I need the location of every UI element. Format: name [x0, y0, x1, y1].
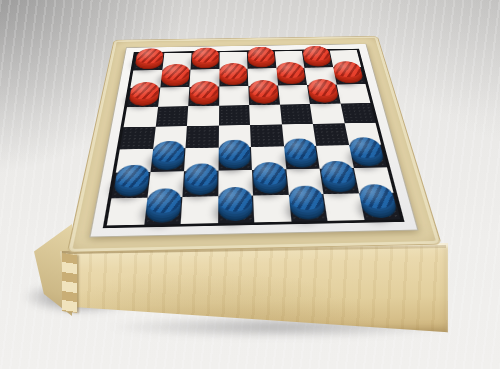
- square-g1[interactable]: [302, 51, 333, 68]
- square-a1[interactable]: [133, 53, 164, 70]
- square-e8[interactable]: [253, 194, 291, 222]
- red-piece[interactable]: [161, 64, 190, 81]
- red-piece[interactable]: [249, 80, 279, 98]
- board-paper: [89, 44, 418, 238]
- square-d4[interactable]: [218, 105, 250, 126]
- red-piece[interactable]: [135, 48, 164, 64]
- square-b4[interactable]: [155, 106, 188, 127]
- square-f2[interactable]: [276, 67, 307, 85]
- blue-piece[interactable]: [184, 163, 218, 186]
- blue-piece[interactable]: [219, 140, 251, 162]
- square-e1[interactable]: [247, 51, 276, 68]
- square-e5[interactable]: [250, 124, 284, 146]
- square-d8[interactable]: [217, 195, 254, 223]
- square-g8[interactable]: [323, 193, 364, 221]
- square-f4[interactable]: [280, 104, 313, 125]
- square-h6[interactable]: [349, 144, 387, 168]
- board-border: [103, 49, 405, 229]
- square-e4[interactable]: [249, 104, 281, 125]
- square-c8[interactable]: [181, 196, 218, 224]
- square-h3[interactable]: [336, 84, 370, 103]
- square-a4[interactable]: [124, 106, 158, 127]
- square-h2[interactable]: [333, 67, 366, 85]
- square-e7[interactable]: [252, 169, 288, 195]
- blue-piece[interactable]: [152, 141, 186, 163]
- square-d3[interactable]: [219, 86, 249, 105]
- red-piece[interactable]: [302, 46, 331, 61]
- square-a7[interactable]: [111, 172, 149, 198]
- square-b8[interactable]: [144, 197, 183, 225]
- square-g4[interactable]: [310, 103, 344, 124]
- blue-piece[interactable]: [252, 162, 286, 185]
- square-c3[interactable]: [188, 87, 219, 106]
- red-piece[interactable]: [276, 62, 305, 78]
- square-f3[interactable]: [278, 85, 310, 104]
- red-piece[interactable]: [247, 46, 275, 61]
- square-e3[interactable]: [248, 86, 279, 105]
- square-h8[interactable]: [358, 192, 400, 220]
- square-c4[interactable]: [187, 105, 219, 126]
- square-g3[interactable]: [307, 85, 340, 104]
- square-a3[interactable]: [127, 87, 160, 106]
- box-lid: [67, 36, 442, 253]
- square-g5[interactable]: [313, 123, 349, 145]
- square-d6[interactable]: [218, 147, 252, 171]
- square-f6[interactable]: [284, 145, 320, 169]
- blue-piece[interactable]: [218, 187, 253, 212]
- square-g7[interactable]: [320, 168, 359, 194]
- square-c1[interactable]: [191, 52, 220, 69]
- square-b6[interactable]: [150, 148, 186, 172]
- red-piece[interactable]: [192, 47, 219, 62]
- red-piece[interactable]: [189, 81, 218, 99]
- blue-piece[interactable]: [146, 188, 182, 213]
- photo-background: { "game": "checkers (draughts), 8x8 boar…: [0, 0, 500, 369]
- square-b3[interactable]: [158, 87, 190, 106]
- square-c7[interactable]: [182, 171, 218, 197]
- square-a8[interactable]: [107, 197, 147, 225]
- square-f8[interactable]: [288, 194, 327, 222]
- finger-joints: [62, 253, 77, 313]
- square-d2[interactable]: [219, 68, 248, 86]
- red-piece[interactable]: [220, 63, 248, 79]
- square-c5[interactable]: [186, 126, 219, 148]
- square-a5[interactable]: [120, 127, 155, 149]
- square-b2[interactable]: [160, 69, 191, 87]
- square-h4[interactable]: [340, 103, 375, 124]
- board[interactable]: [107, 50, 401, 225]
